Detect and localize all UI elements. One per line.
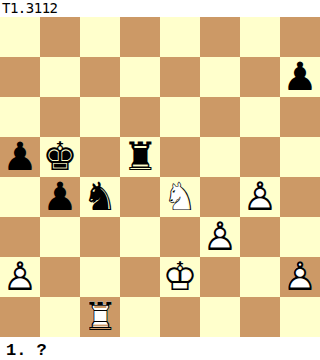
square-d3[interactable]	[120, 217, 160, 257]
white-pawn: ♟♙	[0, 257, 40, 297]
square-g3[interactable]	[240, 217, 280, 257]
chess-puzzle-page: T1.3112 ♟♟♚♜♟♞♞♘♟♙♟♙♟♙♚♔♟♙♜♖ 1. ?	[0, 0, 320, 360]
square-e1[interactable]	[160, 297, 200, 337]
square-f1[interactable]	[200, 297, 240, 337]
puzzle-id: T1.3112	[0, 0, 320, 17]
square-d6[interactable]	[120, 97, 160, 137]
square-e3[interactable]	[160, 217, 200, 257]
square-f5[interactable]	[200, 137, 240, 177]
square-d2[interactable]	[120, 257, 160, 297]
square-b3[interactable]	[40, 217, 80, 257]
black-pawn: ♟	[40, 177, 80, 217]
square-f7[interactable]	[200, 57, 240, 97]
square-e7[interactable]	[160, 57, 200, 97]
white-knight: ♞♘	[160, 177, 200, 217]
white-pawn: ♟♙	[200, 217, 240, 257]
black-rook: ♜	[120, 137, 160, 177]
square-b4[interactable]: ♟	[40, 177, 80, 217]
square-d7[interactable]	[120, 57, 160, 97]
square-c4[interactable]: ♞	[80, 177, 120, 217]
square-b5[interactable]: ♚	[40, 137, 80, 177]
square-a3[interactable]	[0, 217, 40, 257]
white-piece-outline: ♙	[240, 177, 280, 217]
square-b2[interactable]	[40, 257, 80, 297]
white-king: ♚♔	[160, 257, 200, 297]
black-piece-glyph: ♞	[80, 177, 120, 217]
white-piece-outline: ♙	[0, 257, 40, 297]
square-a2[interactable]: ♟♙	[0, 257, 40, 297]
white-piece-outline: ♙	[200, 217, 240, 257]
square-g5[interactable]	[240, 137, 280, 177]
white-piece-outline: ♔	[160, 257, 200, 297]
square-e8[interactable]	[160, 17, 200, 57]
square-f8[interactable]	[200, 17, 240, 57]
white-pawn: ♟♙	[280, 257, 320, 297]
move-prompt: 1. ?	[0, 341, 320, 360]
black-knight: ♞	[80, 177, 120, 217]
square-g1[interactable]	[240, 297, 280, 337]
square-g2[interactable]	[240, 257, 280, 297]
square-h7[interactable]: ♟	[280, 57, 320, 97]
square-h8[interactable]	[280, 17, 320, 57]
square-c3[interactable]	[80, 217, 120, 257]
square-h3[interactable]	[280, 217, 320, 257]
square-h6[interactable]	[280, 97, 320, 137]
square-a8[interactable]	[0, 17, 40, 57]
white-piece-outline: ♘	[160, 177, 200, 217]
square-h1[interactable]	[280, 297, 320, 337]
square-c7[interactable]	[80, 57, 120, 97]
square-c5[interactable]	[80, 137, 120, 177]
black-pawn: ♟	[0, 137, 40, 177]
black-pawn: ♟	[280, 57, 320, 97]
square-a5[interactable]: ♟	[0, 137, 40, 177]
square-c1[interactable]: ♜♖	[80, 297, 120, 337]
square-b1[interactable]	[40, 297, 80, 337]
square-e6[interactable]	[160, 97, 200, 137]
square-c2[interactable]	[80, 257, 120, 297]
black-piece-glyph: ♜	[120, 137, 160, 177]
square-e5[interactable]	[160, 137, 200, 177]
white-piece-outline: ♖	[80, 297, 120, 337]
square-d4[interactable]	[120, 177, 160, 217]
square-g4[interactable]: ♟♙	[240, 177, 280, 217]
square-g8[interactable]	[240, 17, 280, 57]
square-f2[interactable]	[200, 257, 240, 297]
square-f4[interactable]	[200, 177, 240, 217]
square-c8[interactable]	[80, 17, 120, 57]
square-f6[interactable]	[200, 97, 240, 137]
white-pawn: ♟♙	[240, 177, 280, 217]
square-e2[interactable]: ♚♔	[160, 257, 200, 297]
white-rook: ♜♖	[80, 297, 120, 337]
black-piece-glyph: ♚	[40, 137, 80, 177]
square-c6[interactable]	[80, 97, 120, 137]
black-piece-glyph: ♟	[40, 177, 80, 217]
square-a4[interactable]	[0, 177, 40, 217]
square-f3[interactable]: ♟♙	[200, 217, 240, 257]
square-a6[interactable]	[0, 97, 40, 137]
square-g7[interactable]	[240, 57, 280, 97]
square-d5[interactable]: ♜	[120, 137, 160, 177]
square-b8[interactable]	[40, 17, 80, 57]
square-a7[interactable]	[0, 57, 40, 97]
black-piece-glyph: ♟	[280, 57, 320, 97]
black-king: ♚	[40, 137, 80, 177]
square-h5[interactable]	[280, 137, 320, 177]
square-d1[interactable]	[120, 297, 160, 337]
square-e4[interactable]: ♞♘	[160, 177, 200, 217]
square-a1[interactable]	[0, 297, 40, 337]
square-h4[interactable]	[280, 177, 320, 217]
chess-board: ♟♟♚♜♟♞♞♘♟♙♟♙♟♙♚♔♟♙♜♖	[0, 17, 320, 337]
black-piece-glyph: ♟	[0, 137, 40, 177]
square-d8[interactable]	[120, 17, 160, 57]
square-b7[interactable]	[40, 57, 80, 97]
square-h2[interactable]: ♟♙	[280, 257, 320, 297]
square-b6[interactable]	[40, 97, 80, 137]
white-piece-outline: ♙	[280, 257, 320, 297]
square-g6[interactable]	[240, 97, 280, 137]
